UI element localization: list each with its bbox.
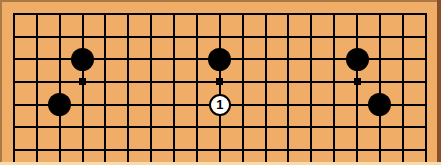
black-stone [48, 93, 71, 116]
intersection [71, 71, 94, 94]
intersection [3, 139, 26, 162]
intersection [208, 25, 231, 48]
intersection [117, 139, 140, 162]
intersection [25, 3, 48, 26]
intersection [3, 25, 26, 48]
go-board: 1 [3, 3, 438, 165]
intersection [369, 93, 392, 116]
black-stone [208, 48, 231, 71]
intersection [186, 71, 209, 94]
intersection [231, 93, 254, 116]
intersection: 1 [208, 93, 231, 116]
intersection [3, 48, 26, 71]
intersection [163, 116, 186, 139]
white-stone-1: 1 [209, 94, 231, 116]
intersection [346, 139, 369, 162]
intersection [48, 3, 71, 26]
intersection [323, 93, 346, 116]
intersection [117, 48, 140, 71]
intersection [323, 139, 346, 162]
intersection [208, 139, 231, 162]
intersection [369, 139, 392, 162]
intersection [71, 93, 94, 116]
intersection [323, 25, 346, 48]
intersection [414, 93, 437, 116]
intersection [94, 48, 117, 71]
intersection [277, 93, 300, 116]
intersection [25, 25, 48, 48]
intersection [25, 93, 48, 116]
intersection [186, 25, 209, 48]
intersection [346, 93, 369, 116]
intersection [369, 25, 392, 48]
intersection [254, 139, 277, 162]
go-board-diagram: 1 [0, 0, 441, 165]
intersection [208, 3, 231, 26]
intersection [346, 116, 369, 139]
intersection [346, 25, 369, 48]
intersection [323, 48, 346, 71]
intersection [254, 3, 277, 26]
intersection [391, 71, 414, 94]
intersection [254, 25, 277, 48]
intersection [231, 139, 254, 162]
intersection [346, 71, 369, 94]
intersection [94, 139, 117, 162]
intersection [414, 139, 437, 162]
intersection [414, 71, 437, 94]
black-stone [71, 48, 94, 71]
intersection [140, 139, 163, 162]
frame-bevel-left [0, 0, 2, 165]
intersection [414, 48, 437, 71]
intersection [300, 116, 323, 139]
intersection [414, 3, 437, 26]
intersection [300, 3, 323, 26]
intersection [3, 71, 26, 94]
black-stone [346, 48, 369, 71]
intersection [71, 25, 94, 48]
intersection [140, 93, 163, 116]
intersection [277, 3, 300, 26]
hoshi-point [79, 78, 86, 85]
intersection [369, 71, 392, 94]
intersection [25, 116, 48, 139]
intersection [48, 139, 71, 162]
intersection [186, 48, 209, 71]
intersection [140, 25, 163, 48]
intersection [48, 71, 71, 94]
intersection [48, 93, 71, 116]
intersection [231, 25, 254, 48]
intersection [277, 48, 300, 71]
intersection [48, 48, 71, 71]
intersection [163, 139, 186, 162]
intersection [277, 139, 300, 162]
intersection [186, 93, 209, 116]
intersection [391, 139, 414, 162]
hoshi-point [216, 78, 223, 85]
intersection [140, 48, 163, 71]
frame-bevel-top [0, 0, 441, 2]
intersection [94, 93, 117, 116]
intersection [323, 116, 346, 139]
intersection [391, 25, 414, 48]
intersection [186, 116, 209, 139]
intersection [48, 116, 71, 139]
intersection [346, 3, 369, 26]
intersection [25, 48, 48, 71]
intersection [208, 71, 231, 94]
intersection [25, 139, 48, 162]
intersection [231, 116, 254, 139]
intersection [117, 71, 140, 94]
intersection [117, 116, 140, 139]
intersection [254, 71, 277, 94]
intersection [140, 3, 163, 26]
intersection [277, 116, 300, 139]
intersection [414, 25, 437, 48]
intersection [300, 48, 323, 71]
intersection [391, 3, 414, 26]
intersection [94, 116, 117, 139]
intersection [391, 48, 414, 71]
intersection [208, 48, 231, 71]
hoshi-point [354, 78, 361, 85]
intersection [254, 116, 277, 139]
intersection [277, 25, 300, 48]
intersection [25, 71, 48, 94]
intersection [300, 93, 323, 116]
intersection [346, 48, 369, 71]
intersection [186, 3, 209, 26]
intersection [48, 25, 71, 48]
intersection [300, 71, 323, 94]
intersection [391, 116, 414, 139]
frame-bevel-right [437, 0, 441, 165]
intersection [277, 71, 300, 94]
intersection [163, 71, 186, 94]
intersection [300, 25, 323, 48]
intersection [3, 93, 26, 116]
intersection [300, 139, 323, 162]
black-stone [368, 93, 391, 116]
intersection [369, 48, 392, 71]
intersection [71, 48, 94, 71]
intersection [163, 93, 186, 116]
intersection [369, 116, 392, 139]
intersection [140, 71, 163, 94]
intersection [71, 116, 94, 139]
frame-bevel-bottom [0, 162, 441, 165]
intersection [186, 139, 209, 162]
intersection [231, 48, 254, 71]
intersection [323, 3, 346, 26]
intersection [414, 116, 437, 139]
intersection [231, 71, 254, 94]
intersection [117, 25, 140, 48]
intersection [323, 71, 346, 94]
intersection [94, 71, 117, 94]
intersection [163, 25, 186, 48]
intersection [254, 93, 277, 116]
intersection [231, 3, 254, 26]
intersection [391, 93, 414, 116]
intersection [3, 3, 26, 26]
intersection [94, 3, 117, 26]
intersection [254, 48, 277, 71]
intersection [117, 93, 140, 116]
intersection [94, 25, 117, 48]
intersection [71, 3, 94, 26]
intersection [163, 48, 186, 71]
intersection [71, 139, 94, 162]
intersection [208, 116, 231, 139]
intersection [3, 116, 26, 139]
intersection [117, 3, 140, 26]
intersection [140, 116, 163, 139]
intersection [163, 3, 186, 26]
intersection [369, 3, 392, 26]
